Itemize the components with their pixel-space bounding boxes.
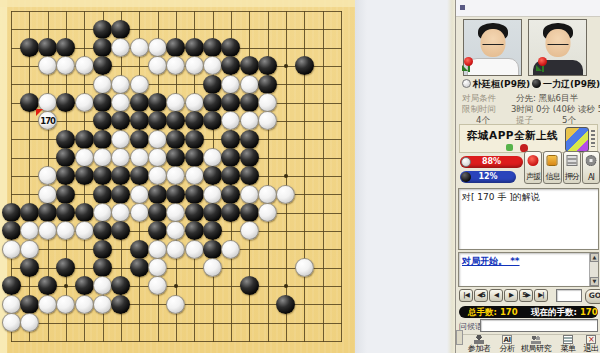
white-stone <box>258 93 277 112</box>
banner-text: 弈城APP全新上线 <box>467 129 558 143</box>
button-label: 棋局研究 <box>518 343 554 353</box>
grid-line <box>323 11 324 342</box>
white-stone <box>148 148 167 167</box>
white-stone <box>93 295 112 314</box>
押分-button[interactable]: 押分 <box>563 151 581 184</box>
white-stone <box>111 203 130 222</box>
black-stone <box>240 56 259 75</box>
black-stone <box>148 93 167 112</box>
white-stone <box>166 221 185 240</box>
white-stone <box>2 240 21 259</box>
rose-icon <box>462 57 475 72</box>
white-stone <box>185 93 204 112</box>
nav-button[interactable]: ◀5 <box>474 289 488 302</box>
black-stone <box>203 221 222 240</box>
white-stone <box>185 240 204 259</box>
black-stone <box>56 130 75 149</box>
white-stone <box>148 130 167 149</box>
black-stone <box>111 276 130 295</box>
black-stone <box>93 38 112 57</box>
white-stone <box>75 148 94 167</box>
greeting-row: 问候语 <box>456 319 600 333</box>
black-stone <box>20 203 39 222</box>
分析-button[interactable]: AI分析 <box>496 335 518 353</box>
white-stone <box>166 295 185 314</box>
black-stone <box>185 203 204 222</box>
菜单-button[interactable]: 菜单 <box>556 335 580 353</box>
black-stone <box>75 130 94 149</box>
black-stone <box>20 38 39 57</box>
chat-log-box[interactable]: 对局开始。 ** ▲ ▼ <box>458 252 599 287</box>
rose-icon <box>536 57 549 72</box>
board-edge-highlight <box>0 0 355 7</box>
white-stone <box>240 111 259 130</box>
black-stone <box>166 148 185 167</box>
black-stone <box>93 93 112 112</box>
black-stone <box>203 38 222 57</box>
button-label: 押分 <box>564 171 580 182</box>
black-stone <box>185 111 204 130</box>
panel-title-strip <box>456 0 600 17</box>
grid-line <box>11 323 342 324</box>
black-stone <box>130 166 149 185</box>
black-stone <box>148 185 167 204</box>
white-stone <box>93 148 112 167</box>
black-stone <box>56 38 75 57</box>
black-stone <box>56 148 75 167</box>
white-stone <box>111 38 130 57</box>
black-stone <box>221 56 240 75</box>
black-stone <box>2 203 21 222</box>
button-label: 分析 <box>496 343 518 353</box>
white-stone <box>148 276 167 295</box>
go-button[interactable]: GO <box>585 289 600 304</box>
white-stone <box>240 221 259 240</box>
nav-button[interactable]: |◀ <box>459 289 473 302</box>
photo-glasses <box>547 40 568 45</box>
scroll-up-icon[interactable]: ▲ <box>590 253 599 262</box>
phone-icon <box>565 127 589 152</box>
black-stone <box>203 111 222 130</box>
black-stone <box>221 185 240 204</box>
black-stone <box>75 203 94 222</box>
black-stone <box>93 56 112 75</box>
white-stone <box>258 111 277 130</box>
black-stone <box>93 130 112 149</box>
black-stone <box>111 221 130 240</box>
white-stone <box>111 75 130 94</box>
white-stone <box>56 295 75 314</box>
button-label: 声援 <box>525 171 541 182</box>
empty-gap <box>355 0 455 353</box>
white-stone <box>111 93 130 112</box>
black-stone <box>203 203 222 222</box>
black-stone <box>111 166 130 185</box>
white-stone <box>221 111 240 130</box>
commentary-box[interactable]: 对[ 170 手 ]的解说 <box>458 188 599 250</box>
black-stone <box>93 166 112 185</box>
退出-button[interactable]: 退出 <box>580 335 600 353</box>
black-stone <box>185 148 204 167</box>
side-tab[interactable] <box>456 330 463 345</box>
white-stone <box>166 240 185 259</box>
game-info-panel: 朴廷桓(P9段) 一力辽(P9段) 对局条件 分先: 黑贴6目半 限制时间 3时… <box>455 0 600 353</box>
black-stone <box>185 221 204 240</box>
white-stone <box>130 75 149 94</box>
参加者-button[interactable]: 参加者 <box>464 335 494 353</box>
black-stone <box>221 148 240 167</box>
white-stone <box>2 295 21 314</box>
black-stone <box>93 221 112 240</box>
black-stone <box>20 258 39 277</box>
button-label: AI <box>583 173 599 182</box>
star-point <box>284 174 288 178</box>
black-stone <box>240 276 259 295</box>
move-navigation: |◀◀5◀▶5▶▶| GO <box>459 289 598 304</box>
white-stone <box>166 56 185 75</box>
black-stone <box>38 38 57 57</box>
black-stone <box>221 166 240 185</box>
black-stone-icon <box>532 79 541 88</box>
white-stone <box>38 221 57 240</box>
white-stone <box>75 56 94 75</box>
black-stone <box>130 240 149 259</box>
action-button-group: 声援信息押分AI <box>524 151 600 184</box>
black-stone <box>148 221 167 240</box>
white-stone <box>38 295 57 314</box>
black-stone <box>221 203 240 222</box>
black-stone <box>221 38 240 57</box>
white-stone <box>258 185 277 204</box>
white-stone <box>130 148 149 167</box>
black-stone <box>295 56 314 75</box>
move-number-label: 170 <box>39 116 56 126</box>
white-stone <box>148 258 167 277</box>
white-stone <box>148 38 167 57</box>
white-stone <box>148 166 167 185</box>
black-stone <box>240 203 259 222</box>
star-point <box>64 284 68 288</box>
white-stone <box>20 313 39 332</box>
white-stone <box>38 166 57 185</box>
white-stone <box>221 240 240 259</box>
white-stone <box>75 93 94 112</box>
button-label: 信息 <box>544 171 560 182</box>
black-stone <box>203 93 222 112</box>
rose-icon <box>528 155 539 166</box>
black-stone <box>130 111 149 130</box>
black-stone <box>276 295 295 314</box>
nav-button[interactable]: ▶ <box>504 289 518 302</box>
black-stone <box>56 258 75 277</box>
star-point <box>284 284 288 288</box>
white-stone <box>111 148 130 167</box>
black-stone <box>111 20 130 39</box>
white-stone <box>93 276 112 295</box>
white-stone <box>20 240 39 259</box>
声援-button[interactable]: 声援 <box>524 151 542 184</box>
star-point <box>174 284 178 288</box>
app-promo-banner[interactable]: 弈城APP全新上线 <box>459 124 598 153</box>
bottom-toolbar: 参加者AI分析棋局研究菜单退出 <box>456 334 600 353</box>
white-stone <box>203 148 222 167</box>
black-stone <box>240 148 259 167</box>
photo-glasses <box>482 40 503 45</box>
white-stone <box>130 38 149 57</box>
white-stone <box>130 185 149 204</box>
信息-button[interactable]: 信息 <box>543 151 561 184</box>
black-stone <box>38 276 57 295</box>
棋局研究-button[interactable]: 棋局研究 <box>518 335 554 353</box>
white-stone <box>221 75 240 94</box>
black-stone <box>258 56 277 75</box>
white-stone <box>56 221 75 240</box>
grid-line <box>11 341 342 342</box>
black-stone <box>130 258 149 277</box>
white-stone <box>38 56 57 75</box>
black-stone <box>240 166 259 185</box>
black-stone <box>203 75 222 94</box>
black-stone <box>166 111 185 130</box>
white-stone <box>75 221 94 240</box>
black-stone <box>130 93 149 112</box>
black-stone <box>185 130 204 149</box>
black-stone <box>2 276 21 295</box>
white-stone <box>130 203 149 222</box>
black-stone <box>111 185 130 204</box>
white-stone <box>93 75 112 94</box>
black-stone <box>185 185 204 204</box>
white-stone <box>148 56 167 75</box>
black-stone <box>203 166 222 185</box>
commentary-text: 对[ 170 手 ]的解说 <box>462 192 540 202</box>
white-stone <box>185 56 204 75</box>
white-stone-icon <box>461 157 471 167</box>
AI-button[interactable]: AI <box>582 151 600 184</box>
black-stone <box>203 240 222 259</box>
black-stone <box>56 185 75 204</box>
white-stone <box>240 75 259 94</box>
black-stone <box>221 93 240 112</box>
white-stone <box>93 203 112 222</box>
black-stone <box>93 20 112 39</box>
scroll-down-icon[interactable]: ▼ <box>590 277 599 286</box>
white-stone <box>166 166 185 185</box>
white-stone <box>166 93 185 112</box>
black-stone <box>56 93 75 112</box>
white-stone <box>148 240 167 259</box>
black-stone <box>56 203 75 222</box>
nav-button[interactable]: ◀ <box>489 289 503 302</box>
black-stone <box>111 295 130 314</box>
grid-line <box>341 11 342 342</box>
black-stone <box>38 203 57 222</box>
chat-scrollbar[interactable]: ▲ ▼ <box>589 253 598 286</box>
black-stone <box>56 166 75 185</box>
black-stone <box>20 295 39 314</box>
black-stone <box>93 258 112 277</box>
bet-icon <box>566 155 577 166</box>
go-board[interactable]: 170 <box>0 0 355 353</box>
white-player-name: 朴廷桓(P9段) <box>462 78 530 89</box>
last-move-stone: 170 <box>38 111 57 130</box>
white-stone <box>203 258 222 277</box>
white-stone <box>240 185 259 204</box>
star-point <box>284 64 288 68</box>
white-stone <box>185 166 204 185</box>
black-stone <box>75 276 94 295</box>
black-stone <box>166 38 185 57</box>
black-stone-icon <box>461 172 471 182</box>
black-stone <box>240 93 259 112</box>
black-stone <box>75 166 94 185</box>
white-winrate-bar: 88% <box>460 156 523 168</box>
black-stone <box>258 75 277 94</box>
white-stone <box>166 203 185 222</box>
white-stone <box>276 185 295 204</box>
white-stone <box>295 258 314 277</box>
black-stone <box>166 130 185 149</box>
black-stone <box>240 130 259 149</box>
game-start-link[interactable]: 对局开始。 ** <box>462 255 520 268</box>
chat-input[interactable] <box>480 319 598 332</box>
go-client-window: 170 朴廷桓(P9段) 一力辽(P9段) 对局条 <box>0 0 600 353</box>
android-icon <box>506 144 513 151</box>
black-stone <box>111 111 130 130</box>
white-stone <box>2 313 21 332</box>
black-stone <box>221 130 240 149</box>
button-label: 参加者 <box>464 343 494 353</box>
white-stone <box>111 130 130 149</box>
panel-icon <box>460 5 465 10</box>
black-stone <box>93 111 112 130</box>
black-stone <box>148 203 167 222</box>
info-icon <box>547 155 558 166</box>
black-stone <box>148 111 167 130</box>
black-stone <box>166 185 185 204</box>
white-stone <box>203 185 222 204</box>
black-player-name: 一力辽(P9段) <box>532 78 600 89</box>
gear-icon <box>585 155 596 166</box>
button-label: 退出 <box>580 343 600 353</box>
white-stone-icon <box>462 79 471 88</box>
button-label: 菜单 <box>556 343 580 353</box>
white-stone <box>20 221 39 240</box>
white-stone <box>258 203 277 222</box>
nav-button[interactable]: 5▶ <box>519 289 533 302</box>
nav-button[interactable]: ▶| <box>534 289 548 302</box>
move-counter-bar: 总手数: 170 现在的手数: 170 <box>459 306 598 318</box>
white-stone <box>56 56 75 75</box>
black-stone <box>93 185 112 204</box>
black-stone <box>2 221 21 240</box>
black-stone <box>93 240 112 259</box>
black-winrate-bar: 12% <box>460 171 516 183</box>
black-stone <box>130 130 149 149</box>
move-number-input[interactable] <box>556 289 582 302</box>
white-stone <box>203 56 222 75</box>
white-stone <box>38 185 57 204</box>
black-stone <box>185 38 204 57</box>
white-stone <box>75 295 94 314</box>
